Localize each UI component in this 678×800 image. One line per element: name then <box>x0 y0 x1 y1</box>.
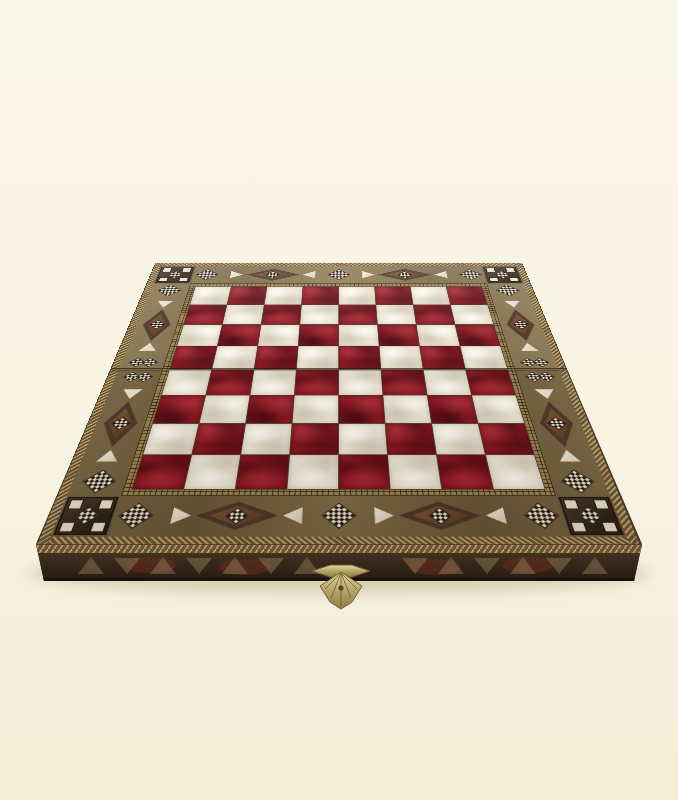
pearl-inlay-icon <box>68 500 83 508</box>
square-c8 <box>265 287 303 305</box>
square-f7 <box>376 305 416 324</box>
square-e6 <box>339 325 379 346</box>
pearl-triangle-icon <box>170 507 193 524</box>
square-h7 <box>451 305 494 324</box>
square-c3 <box>246 395 294 423</box>
fold-seam <box>110 368 566 370</box>
herringbone-edge-bottom <box>37 537 639 545</box>
checker-inlay-icon <box>328 270 349 280</box>
pearl-inlay-icon <box>594 500 609 508</box>
square-g8 <box>411 287 450 305</box>
square-f8 <box>375 287 413 305</box>
square-f6 <box>378 325 419 346</box>
square-g3 <box>428 395 478 423</box>
square-g6 <box>417 325 460 346</box>
pearl-inlay-icon <box>179 278 188 282</box>
square-g5 <box>420 346 465 369</box>
pearl-inlay-icon <box>59 523 74 532</box>
corner-inlay-block <box>481 266 523 283</box>
square-g4 <box>424 370 471 395</box>
bowtie-checker-icon <box>527 374 553 380</box>
bowtie-checker-icon <box>125 374 151 380</box>
square-b1 <box>184 455 240 489</box>
square-d5 <box>297 346 339 369</box>
pearl-triangle-icon <box>535 389 557 399</box>
checker-inlay-icon <box>495 271 509 278</box>
pearl-inlay-icon <box>163 268 172 272</box>
corner-inlay-block <box>154 266 196 283</box>
square-f5 <box>379 346 422 369</box>
pearl-triangle-icon <box>374 507 394 524</box>
square-c7 <box>261 305 301 324</box>
checker-inlay-icon <box>76 508 98 524</box>
square-b7 <box>223 305 264 324</box>
square-a2 <box>143 424 198 455</box>
playfield-grid <box>131 286 545 489</box>
pearl-inlay-icon <box>182 268 191 272</box>
square-d4 <box>295 370 339 395</box>
square-e8 <box>339 287 376 305</box>
square-c6 <box>258 325 299 346</box>
pearl-inlay-icon <box>91 523 106 532</box>
frame-ornament-strip-bottom <box>108 496 570 537</box>
square-a7 <box>184 305 227 324</box>
checker-inlay-icon <box>497 285 519 296</box>
photo-stage <box>0 0 678 800</box>
checker-inlay-icon <box>562 471 593 493</box>
pearl-triangle-icon <box>282 507 302 524</box>
square-d6 <box>299 325 339 346</box>
square-b8 <box>227 287 266 305</box>
square-e1 <box>339 455 390 489</box>
square-h3 <box>472 395 524 423</box>
square-b6 <box>218 325 261 346</box>
square-c5 <box>254 346 297 369</box>
frame-ornament-strip-top <box>190 266 487 283</box>
pearl-triangle-icon <box>484 507 507 524</box>
pearl-inlay-icon <box>510 278 519 282</box>
square-e4 <box>339 370 382 395</box>
pearl-inlay-icon <box>572 523 587 532</box>
checker-inlay-icon <box>196 270 217 280</box>
square-b3 <box>200 395 250 423</box>
pearl-triangle-icon <box>362 271 375 278</box>
checker-inlay-icon <box>84 471 115 493</box>
square-h1 <box>486 455 545 489</box>
bowtie-checker-icon <box>522 359 547 365</box>
pearl-triangle-icon <box>519 343 539 351</box>
pearl-triangle-icon <box>230 271 244 278</box>
diamond-inlay-icon <box>229 269 316 281</box>
pearl-triangle-icon <box>556 450 581 462</box>
pearl-inlay-icon <box>486 268 495 272</box>
square-a6 <box>177 325 222 346</box>
square-e3 <box>339 395 385 423</box>
checker-inlay-icon <box>322 504 355 528</box>
bowtie-checker-icon <box>130 359 155 365</box>
pearl-triangle-icon <box>434 271 448 278</box>
square-b2 <box>192 424 245 455</box>
square-f4 <box>381 370 426 395</box>
square-a1 <box>132 455 191 489</box>
square-d3 <box>293 395 339 423</box>
pearl-inlay-icon <box>603 523 618 532</box>
pearl-triangle-icon <box>96 450 121 462</box>
pearl-inlay-icon <box>506 268 515 272</box>
square-c4 <box>250 370 295 395</box>
square-a8 <box>190 287 231 305</box>
checker-inlay-icon <box>119 504 152 528</box>
square-d8 <box>302 287 339 305</box>
square-h2 <box>479 424 534 455</box>
chess-board <box>36 263 641 545</box>
diamond-inlay-icon <box>374 502 509 530</box>
square-g2 <box>432 424 485 455</box>
pearl-triangle-icon <box>504 301 522 308</box>
checker-inlay-icon <box>158 285 180 296</box>
square-b5 <box>212 346 257 369</box>
pearl-triangle-icon <box>138 343 158 351</box>
square-h8 <box>446 287 487 305</box>
diamond-inlay-icon <box>362 269 448 281</box>
square-f3 <box>383 395 431 423</box>
square-d1 <box>287 455 338 489</box>
square-b4 <box>206 370 253 395</box>
pearl-inlay-icon <box>159 278 168 282</box>
square-f2 <box>386 424 436 455</box>
diamond-inlay-icon <box>168 502 303 530</box>
square-e5 <box>339 346 381 369</box>
square-e2 <box>339 424 387 455</box>
checker-inlay-icon <box>579 508 601 524</box>
square-f1 <box>388 455 441 489</box>
pearl-inlay-icon <box>564 500 578 508</box>
checker-inlay-icon <box>460 270 481 280</box>
square-h6 <box>455 325 500 346</box>
square-g7 <box>413 305 454 324</box>
square-g1 <box>437 455 493 489</box>
square-a4 <box>162 370 211 395</box>
square-c1 <box>236 455 289 489</box>
square-d7 <box>300 305 338 324</box>
square-a3 <box>153 395 205 423</box>
square-h4 <box>466 370 515 395</box>
pearl-inlay-icon <box>99 500 113 508</box>
pearl-inlay-icon <box>490 278 499 282</box>
pearl-triangle-icon <box>120 389 142 399</box>
square-a5 <box>170 346 217 369</box>
pearl-triangle-icon <box>155 301 173 308</box>
pearl-triangle-icon <box>302 271 315 278</box>
square-c2 <box>241 424 291 455</box>
square-h5 <box>460 346 507 369</box>
square-d2 <box>290 424 338 455</box>
square-e7 <box>339 305 377 324</box>
checker-inlay-icon <box>525 504 558 528</box>
